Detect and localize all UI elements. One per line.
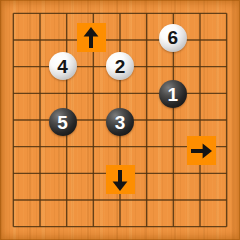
board-point[interactable] — [77, 52, 106, 80]
stone-number: 6 — [167, 28, 178, 47]
board-grid: 123456 — [0, 0, 240, 240]
board-point[interactable] — [0, 80, 24, 108]
board-point[interactable] — [77, 0, 106, 23]
board-point[interactable] — [24, 217, 48, 240]
board-point[interactable] — [49, 136, 77, 165]
board-point[interactable] — [159, 52, 187, 80]
board-point[interactable] — [216, 108, 240, 136]
board-point[interactable] — [49, 165, 77, 194]
board-point[interactable] — [24, 52, 48, 80]
stone-number: 2 — [115, 57, 126, 76]
board-point[interactable] — [187, 52, 216, 80]
board-point[interactable] — [106, 136, 135, 165]
board-point[interactable] — [24, 23, 48, 52]
board-point[interactable] — [187, 80, 216, 108]
stone-number: 3 — [115, 113, 126, 132]
board-point[interactable] — [187, 217, 216, 240]
board-point[interactable] — [135, 0, 159, 23]
board-point[interactable] — [0, 23, 24, 52]
black-stone-5: 5 — [49, 108, 77, 136]
board-point[interactable] — [216, 136, 240, 165]
board-point[interactable] — [24, 0, 48, 23]
arrow-up-marker[interactable] — [77, 23, 106, 52]
arrow-icon — [108, 168, 132, 192]
board-point[interactable] — [49, 23, 77, 52]
board-point[interactable] — [135, 217, 159, 240]
board-point[interactable] — [0, 108, 24, 136]
board-point[interactable] — [135, 52, 159, 80]
stone-number: 5 — [57, 113, 68, 132]
go-board: 123456 — [0, 0, 240, 240]
board-point[interactable] — [216, 0, 240, 23]
board-point[interactable] — [24, 136, 48, 165]
board-point[interactable] — [135, 108, 159, 136]
board-point[interactable] — [106, 80, 135, 108]
board-point[interactable] — [0, 165, 24, 194]
board-point[interactable] — [0, 0, 24, 23]
board-point[interactable] — [106, 0, 135, 23]
black-stone-3: 3 — [106, 108, 134, 136]
board-point[interactable] — [159, 165, 187, 194]
board-point[interactable] — [0, 217, 24, 240]
white-stone-4: 4 — [49, 52, 77, 80]
board-point[interactable] — [24, 165, 48, 194]
board-point[interactable] — [49, 0, 77, 23]
board-point[interactable] — [77, 80, 106, 108]
board-point[interactable] — [24, 108, 48, 136]
board-point[interactable] — [187, 194, 216, 217]
stone-number: 4 — [57, 57, 68, 76]
board-point[interactable] — [49, 80, 77, 108]
board-point[interactable] — [77, 108, 106, 136]
arrow-icon — [79, 26, 103, 50]
board-point[interactable] — [49, 217, 77, 240]
arrow-down-marker[interactable] — [106, 165, 135, 194]
black-stone-1: 1 — [159, 80, 187, 108]
board-point[interactable] — [159, 217, 187, 240]
board-point[interactable] — [0, 136, 24, 165]
board-point[interactable] — [135, 165, 159, 194]
board-point[interactable] — [77, 136, 106, 165]
board-point[interactable] — [77, 194, 106, 217]
board-point[interactable] — [187, 165, 216, 194]
board-point[interactable] — [216, 23, 240, 52]
board-point[interactable] — [24, 80, 48, 108]
board-point[interactable] — [135, 80, 159, 108]
board-point[interactable] — [216, 80, 240, 108]
board-point[interactable] — [216, 217, 240, 240]
board-point[interactable] — [216, 194, 240, 217]
board-point[interactable] — [187, 0, 216, 23]
board-point[interactable] — [135, 136, 159, 165]
board-point[interactable] — [159, 136, 187, 165]
board-point[interactable] — [159, 108, 187, 136]
board-point[interactable] — [159, 194, 187, 217]
board-point[interactable] — [106, 194, 135, 217]
board-point[interactable] — [135, 194, 159, 217]
board-point[interactable] — [24, 194, 48, 217]
arrow-right-marker[interactable] — [187, 136, 216, 165]
board-point[interactable] — [216, 165, 240, 194]
white-stone-6: 6 — [159, 24, 187, 52]
board-point[interactable] — [77, 165, 106, 194]
board-point[interactable] — [187, 23, 216, 52]
white-stone-2: 2 — [106, 52, 134, 80]
board-point[interactable] — [187, 108, 216, 136]
board-point[interactable] — [135, 23, 159, 52]
arrow-icon — [189, 139, 213, 163]
stone-number: 1 — [167, 85, 178, 104]
board-point[interactable] — [77, 217, 106, 240]
board-point[interactable] — [0, 194, 24, 217]
board-point[interactable] — [106, 217, 135, 240]
board-point[interactable] — [0, 52, 24, 80]
board-point[interactable] — [49, 194, 77, 217]
board-point[interactable] — [216, 52, 240, 80]
board-point[interactable] — [106, 23, 135, 52]
board-point[interactable] — [159, 0, 187, 23]
